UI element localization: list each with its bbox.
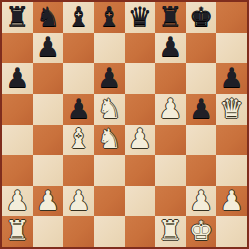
piece-white-pawn-icon: ♟ (36, 187, 60, 214)
square-e4[interactable]: ♟ (125, 125, 156, 156)
piece-black-queen-icon: ♛ (128, 3, 152, 30)
square-h8[interactable] (216, 2, 247, 33)
square-f5[interactable]: ♟ (155, 94, 186, 125)
square-f2[interactable] (155, 186, 186, 217)
square-b7[interactable]: ♟ (33, 33, 64, 64)
square-a7[interactable] (2, 33, 33, 64)
square-a1[interactable]: ♜ (2, 216, 33, 247)
piece-white-pawn-icon: ♟ (128, 125, 152, 152)
square-e3[interactable] (125, 155, 156, 186)
square-d6[interactable]: ♟ (94, 63, 125, 94)
square-e8[interactable]: ♛ (125, 2, 156, 33)
piece-white-pawn-icon: ♟ (220, 187, 244, 214)
square-a5[interactable] (2, 94, 33, 125)
square-d7[interactable] (94, 33, 125, 64)
piece-black-bishop-icon: ♝ (97, 3, 121, 30)
piece-black-pawn-icon: ♟ (158, 33, 182, 60)
square-g6[interactable] (186, 63, 217, 94)
square-a6[interactable]: ♟ (2, 63, 33, 94)
square-d4[interactable]: ♞ (94, 125, 125, 156)
square-c6[interactable] (63, 63, 94, 94)
square-c1[interactable] (63, 216, 94, 247)
square-d1[interactable] (94, 216, 125, 247)
piece-black-pawn-icon: ♟ (97, 64, 121, 91)
piece-white-pawn-icon: ♟ (158, 95, 182, 122)
square-h2[interactable]: ♟ (216, 186, 247, 217)
square-g7[interactable] (186, 33, 217, 64)
square-g5[interactable]: ♟ (186, 94, 217, 125)
piece-white-king-icon: ♚ (189, 217, 213, 244)
square-e2[interactable] (125, 186, 156, 217)
piece-white-knight-icon: ♞ (97, 95, 121, 122)
square-c3[interactable] (63, 155, 94, 186)
square-c5[interactable]: ♟ (63, 94, 94, 125)
square-e7[interactable] (125, 33, 156, 64)
square-h1[interactable] (216, 216, 247, 247)
square-h4[interactable] (216, 125, 247, 156)
square-g1[interactable]: ♚ (186, 216, 217, 247)
square-a3[interactable] (2, 155, 33, 186)
piece-black-pawn-icon: ♟ (189, 95, 213, 122)
chess-board: ♜♞♝♝♛♜♚♟♟♟♟♟♟♞♟♟♛♝♞♟♟♟♟♟♟♜♜♚ (2, 2, 247, 247)
square-f3[interactable] (155, 155, 186, 186)
square-e1[interactable] (125, 216, 156, 247)
piece-black-pawn-icon: ♟ (220, 64, 244, 91)
piece-white-bishop-icon: ♝ (66, 125, 90, 152)
piece-white-rook-icon: ♜ (158, 217, 182, 244)
piece-black-pawn-icon: ♟ (66, 95, 90, 122)
square-f6[interactable] (155, 63, 186, 94)
square-g8[interactable]: ♚ (186, 2, 217, 33)
square-h3[interactable] (216, 155, 247, 186)
square-f1[interactable]: ♜ (155, 216, 186, 247)
piece-black-bishop-icon: ♝ (66, 3, 90, 30)
square-d8[interactable]: ♝ (94, 2, 125, 33)
piece-white-queen-icon: ♛ (220, 95, 244, 122)
square-e5[interactable] (125, 94, 156, 125)
square-e6[interactable] (125, 63, 156, 94)
square-d2[interactable] (94, 186, 125, 217)
piece-black-rook-icon: ♜ (5, 3, 29, 30)
square-f8[interactable]: ♜ (155, 2, 186, 33)
square-c7[interactable] (63, 33, 94, 64)
square-c2[interactable]: ♟ (63, 186, 94, 217)
piece-black-king-icon: ♚ (189, 3, 213, 30)
square-b3[interactable] (33, 155, 64, 186)
square-g3[interactable] (186, 155, 217, 186)
square-b5[interactable] (33, 94, 64, 125)
square-a4[interactable] (2, 125, 33, 156)
square-f4[interactable] (155, 125, 186, 156)
piece-white-pawn-icon: ♟ (66, 187, 90, 214)
piece-black-rook-icon: ♜ (158, 3, 182, 30)
square-d5[interactable]: ♞ (94, 94, 125, 125)
chess-board-frame: ♜♞♝♝♛♜♚♟♟♟♟♟♟♞♟♟♛♝♞♟♟♟♟♟♟♜♜♚ (0, 0, 249, 249)
piece-black-pawn-icon: ♟ (5, 64, 29, 91)
piece-white-knight-icon: ♞ (97, 125, 121, 152)
square-a2[interactable]: ♟ (2, 186, 33, 217)
piece-white-pawn-icon: ♟ (189, 187, 213, 214)
square-h5[interactable]: ♛ (216, 94, 247, 125)
square-c4[interactable]: ♝ (63, 125, 94, 156)
piece-black-knight-icon: ♞ (36, 3, 60, 30)
square-b6[interactable] (33, 63, 64, 94)
square-g4[interactable] (186, 125, 217, 156)
square-h7[interactable] (216, 33, 247, 64)
square-h6[interactable]: ♟ (216, 63, 247, 94)
square-g2[interactable]: ♟ (186, 186, 217, 217)
square-b2[interactable]: ♟ (33, 186, 64, 217)
square-f7[interactable]: ♟ (155, 33, 186, 64)
square-d3[interactable] (94, 155, 125, 186)
square-b8[interactable]: ♞ (33, 2, 64, 33)
square-a8[interactable]: ♜ (2, 2, 33, 33)
square-b4[interactable] (33, 125, 64, 156)
square-c8[interactable]: ♝ (63, 2, 94, 33)
piece-black-pawn-icon: ♟ (36, 33, 60, 60)
piece-white-pawn-icon: ♟ (5, 187, 29, 214)
square-b1[interactable] (33, 216, 64, 247)
piece-white-rook-icon: ♜ (5, 217, 29, 244)
